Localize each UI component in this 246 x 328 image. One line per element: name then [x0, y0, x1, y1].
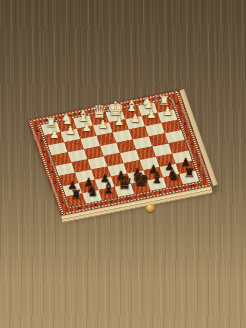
piece-light-pawn: ♟	[82, 122, 92, 133]
pieces-layer: ♜♞♝♛♚♝♞♜♟♟♟♟♟♟♟♟♟♟♟♟♟♟♟♟♜♞♝♛♚♝♞♜	[0, 0, 246, 328]
piece-dark-bishop: ♝	[150, 170, 163, 185]
piece-dark-knight: ♞	[167, 168, 180, 182]
piece-light-pawn: ♟	[66, 126, 76, 137]
piece-dark-knight: ♞	[86, 184, 99, 198]
piece-light-pawn: ♟	[163, 106, 173, 117]
piece-dark-rook: ♜	[184, 166, 196, 179]
piece-light-pawn: ♟	[130, 113, 140, 124]
piece-light-pawn: ♟	[49, 129, 59, 140]
piece-dark-rook: ♜	[70, 188, 82, 201]
piece-light-pawn: ♟	[98, 119, 108, 130]
piece-light-pawn: ♟	[114, 116, 124, 127]
chess-set-photo: ABCDEFGH ABCDEFGH 87654321 87654321 ♜♞♝♛…	[0, 0, 246, 328]
piece-dark-king: ♚	[132, 170, 149, 189]
piece-dark-bishop: ♝	[102, 180, 115, 195]
piece-dark-queen: ♛	[117, 174, 133, 192]
piece-light-pawn: ♟	[147, 110, 157, 121]
